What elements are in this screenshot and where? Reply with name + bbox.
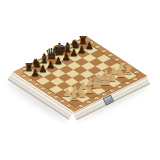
coord-file-near-h: h xyxy=(131,77,139,81)
coord-file-near-a: a xyxy=(77,104,85,108)
coord-rank-left-5: 5 xyxy=(39,86,47,90)
coord-file-near-d: d xyxy=(101,92,109,96)
coord-file-near-g: g xyxy=(124,81,132,85)
coord-rank-left-3: 3 xyxy=(52,95,60,99)
coord-file-near-b: b xyxy=(85,100,93,104)
coord-rank-left-1: 1 xyxy=(65,103,73,107)
coord-file-near-f: f xyxy=(116,85,124,89)
coord-rank-left-2: 2 xyxy=(59,99,67,103)
coord-file-near-c: c xyxy=(93,96,101,100)
coord-rank-left-8: 8 xyxy=(20,74,28,78)
coord-file-near-e: e xyxy=(108,88,116,92)
coord-rank-left-7: 7 xyxy=(26,78,34,82)
coord-rank-left-6: 6 xyxy=(33,82,41,86)
coord-rank-left-4: 4 xyxy=(46,91,54,95)
chess-set-photo: abcdefgh abcdefgh 87654321 87654321 ♜♞♝♛… xyxy=(0,0,160,160)
